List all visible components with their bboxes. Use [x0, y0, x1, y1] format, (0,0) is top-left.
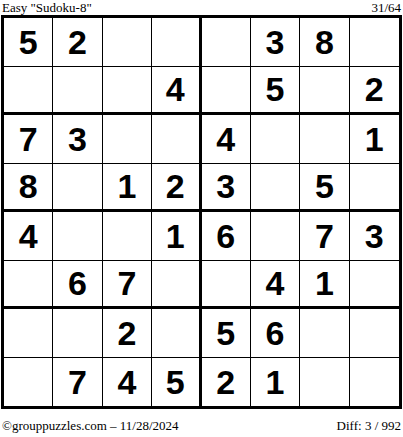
cell-r4-c7: 5 — [300, 164, 349, 213]
cell-r2-c2 — [53, 67, 102, 116]
cell-r2-c8: 2 — [350, 67, 399, 116]
cell-r3-c5: 4 — [202, 115, 251, 164]
cell-r7-c4 — [152, 309, 201, 358]
cell-r7-c2 — [53, 309, 102, 358]
cell-r5-c6 — [251, 212, 300, 261]
cell-r7-c5: 5 — [202, 309, 251, 358]
cell-r1-c3 — [103, 18, 152, 67]
cell-r2-c3 — [103, 67, 152, 116]
cell-r4-c5: 3 — [202, 164, 251, 213]
cell-r3-c2: 3 — [53, 115, 102, 164]
cell-r2-c5 — [202, 67, 251, 116]
cell-r6-c8 — [350, 261, 399, 310]
cell-r5-c1: 4 — [4, 212, 53, 261]
cell-r5-c8: 3 — [350, 212, 399, 261]
cell-r1-c6: 3 — [251, 18, 300, 67]
cell-r7-c6: 6 — [251, 309, 300, 358]
cell-r5-c3 — [103, 212, 152, 261]
cell-r4-c4: 2 — [152, 164, 201, 213]
page-indicator: 31/64 — [371, 0, 401, 16]
cell-r7-c7 — [300, 309, 349, 358]
cell-r4-c6 — [251, 164, 300, 213]
cell-r8-c3: 4 — [103, 358, 152, 407]
cell-r1-c7: 8 — [300, 18, 349, 67]
cell-r5-c2 — [53, 212, 102, 261]
cell-r8-c5: 2 — [202, 358, 251, 407]
cell-r3-c4 — [152, 115, 201, 164]
cell-r1-c8 — [350, 18, 399, 67]
cell-r3-c6 — [251, 115, 300, 164]
cell-r2-c6: 5 — [251, 67, 300, 116]
puzzle-title: Easy "Sudoku-8" — [2, 0, 92, 16]
cell-r1-c5 — [202, 18, 251, 67]
cell-r4-c3: 1 — [103, 164, 152, 213]
cell-r1-c4 — [152, 18, 201, 67]
cell-r3-c7 — [300, 115, 349, 164]
cell-r7-c3: 2 — [103, 309, 152, 358]
cell-r7-c1 — [4, 309, 53, 358]
cell-r6-c7: 1 — [300, 261, 349, 310]
cell-r4-c8 — [350, 164, 399, 213]
cell-r4-c2 — [53, 164, 102, 213]
difficulty-text: Diff: 3 / 992 — [337, 418, 401, 434]
cell-r8-c6: 1 — [251, 358, 300, 407]
cell-r8-c1 — [4, 358, 53, 407]
cell-r5-c4: 1 — [152, 212, 201, 261]
cell-r6-c2: 6 — [53, 261, 102, 310]
cell-r3-c3 — [103, 115, 152, 164]
cell-r2-c7 — [300, 67, 349, 116]
cell-r4-c1: 8 — [4, 164, 53, 213]
cell-r2-c4: 4 — [152, 67, 201, 116]
cell-r1-c1: 5 — [4, 18, 53, 67]
cell-r6-c3: 7 — [103, 261, 152, 310]
cell-r6-c5 — [202, 261, 251, 310]
cell-r8-c2: 7 — [53, 358, 102, 407]
cell-r6-c1 — [4, 261, 53, 310]
cell-r8-c4: 5 — [152, 358, 201, 407]
cell-r3-c1: 7 — [4, 115, 53, 164]
sudoku-board: 523845273418123541673674125674521 — [1, 15, 402, 409]
cell-r5-c7: 7 — [300, 212, 349, 261]
copyright-text: ©grouppuzzles.com – 11/28/2024 — [2, 418, 179, 434]
cell-r8-c7 — [300, 358, 349, 407]
cell-r1-c2: 2 — [53, 18, 102, 67]
cell-r6-c6: 4 — [251, 261, 300, 310]
cell-r6-c4 — [152, 261, 201, 310]
cell-r5-c5: 6 — [202, 212, 251, 261]
cell-r2-c1 — [4, 67, 53, 116]
cell-r8-c8 — [350, 358, 399, 407]
cell-r7-c8 — [350, 309, 399, 358]
cell-r3-c8: 1 — [350, 115, 399, 164]
